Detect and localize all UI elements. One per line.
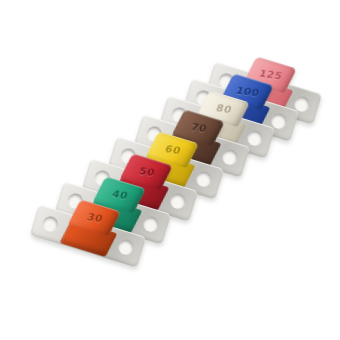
amp-rating-label: 50 — [137, 165, 156, 178]
bolt-hole-right — [221, 148, 240, 167]
bolt-hole-left — [41, 215, 60, 234]
amp-rating-label: 125 — [258, 68, 284, 82]
amp-rating-label: 80 — [214, 102, 233, 115]
amp-rating-label: 40 — [110, 188, 129, 201]
amp-rating-label: 70 — [189, 121, 208, 134]
bolt-hole-right — [142, 215, 161, 234]
amp-rating-label: 100 — [235, 85, 261, 99]
bolt-hole-right — [169, 192, 188, 211]
product-photo: 30 40 50 — [0, 0, 340, 340]
bolt-hole-right — [117, 238, 136, 257]
amp-rating-label: 30 — [85, 211, 104, 224]
amp-rating-label: 60 — [163, 143, 182, 156]
bolt-hole-right — [195, 170, 214, 189]
bolt-hole-right — [246, 129, 265, 148]
